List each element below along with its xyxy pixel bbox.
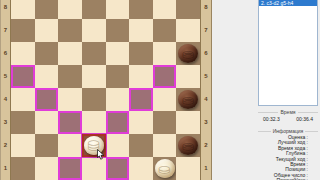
divider [258,131,271,132]
clock-section-header: Время [258,109,318,115]
rank-label-right-1: 1 [200,165,212,172]
square-c1[interactable] [58,157,82,180]
square-b7[interactable] [35,19,59,42]
checkers-app-window: ⛂⛂⛁⛂⛀ 2. c3-d2 g5-h4 Время 00:32.3 00:36… [0,0,320,180]
square-d8[interactable] [82,0,106,19]
square-f7[interactable] [129,19,153,42]
square-a8[interactable] [11,0,35,19]
square-e8[interactable] [106,0,130,19]
square-d3[interactable] [82,111,106,134]
square-h6[interactable]: ⛂ [176,42,200,65]
square-d4[interactable] [82,88,106,111]
square-h3[interactable] [176,111,200,134]
square-e2[interactable] [106,134,130,157]
divider [298,112,318,113]
rank-label-right-5: 5 [200,73,212,80]
square-h7[interactable] [176,19,200,42]
clock-header-label: Время [280,109,295,115]
square-g4[interactable] [153,88,177,111]
rank-label-left-7: 7 [0,27,11,34]
black-man-h4[interactable]: ⛂ [178,90,198,109]
square-c8[interactable] [58,0,82,19]
square-f4[interactable] [129,88,153,111]
square-g3[interactable] [153,111,177,134]
black-man-h2[interactable]: ⛂ [178,136,198,155]
square-a4[interactable] [11,88,35,111]
square-c6[interactable] [58,42,82,65]
square-d6[interactable] [82,42,106,65]
square-c4[interactable] [58,88,82,111]
square-h1[interactable] [176,157,200,180]
rank-label-left-8: 8 [0,4,11,11]
square-f6[interactable] [129,42,153,65]
rank-label-left-6: 6 [0,50,11,57]
info-label-list: Оценка :Лучший ход :Время хода :Глубина … [258,135,310,180]
rank-label-right-6: 6 [200,50,212,57]
square-f3[interactable] [129,111,153,134]
move-list[interactable]: 2. c3-d2 g5-h4 [258,0,318,106]
square-a7[interactable] [11,19,35,42]
square-e6[interactable] [106,42,130,65]
square-b4[interactable] [35,88,59,111]
square-g5[interactable] [153,65,177,88]
square-f8[interactable] [129,0,153,19]
divider [258,112,278,113]
square-f5[interactable] [129,65,153,88]
square-d5[interactable] [82,65,106,88]
square-h4[interactable]: ⛂ [176,88,200,111]
square-a1[interactable] [11,157,35,180]
rank-label-left-2: 2 [0,142,11,149]
right-clock-value: 00:36.4 [296,116,313,122]
rank-label-right-3: 3 [200,119,212,126]
rank-label-left-1: 1 [0,165,11,172]
square-b1[interactable] [35,157,59,180]
square-g8[interactable] [153,0,177,19]
square-f1[interactable] [129,157,153,180]
black-man-h6[interactable]: ⛂ [178,44,198,63]
square-b3[interactable] [35,111,59,134]
square-a2[interactable] [11,134,35,157]
rank-label-left-3: 3 [0,119,11,126]
square-h8[interactable] [176,0,200,19]
side-panel: 2. c3-d2 g5-h4 Время 00:32.3 00:36.4 Инф… [212,0,320,180]
move-list-selected-entry[interactable]: 2. c3-d2 g5-h4 [259,0,317,6]
white-man-g1[interactable]: ⛀ [155,159,175,178]
mouse-cursor-icon [97,149,105,160]
square-d1[interactable] [82,157,106,180]
rank-label-right-8: 8 [200,4,212,11]
info-label: Позиций/сек : [258,178,308,180]
clock-values: 00:32.3 00:36.4 [258,116,318,122]
square-e4[interactable] [106,88,130,111]
square-c5[interactable] [58,65,82,88]
square-g6[interactable] [153,42,177,65]
square-e7[interactable] [106,19,130,42]
checkers-board: ⛂⛂⛁⛂⛀ [11,0,200,180]
square-e1[interactable] [106,157,130,180]
divider [305,131,318,132]
square-c2[interactable] [58,134,82,157]
square-g2[interactable] [153,134,177,157]
square-e5[interactable] [106,65,130,88]
square-b5[interactable] [35,65,59,88]
rank-label-left-4: 4 [0,96,11,103]
square-e3[interactable] [106,111,130,134]
square-b2[interactable] [35,134,59,157]
square-b8[interactable] [35,0,59,19]
rank-label-right-4: 4 [200,96,212,103]
square-h5[interactable] [176,65,200,88]
left-clock-value: 00:32.3 [263,116,280,122]
square-c7[interactable] [58,19,82,42]
square-a3[interactable] [11,111,35,134]
square-g7[interactable] [153,19,177,42]
rank-label-right-2: 2 [200,142,212,149]
rank-label-left-5: 5 [0,73,11,80]
rank-label-right-7: 7 [200,27,212,34]
square-d7[interactable] [82,19,106,42]
square-a5[interactable] [11,65,35,88]
square-b6[interactable] [35,42,59,65]
square-g1[interactable]: ⛀ [153,157,177,180]
square-f2[interactable] [129,134,153,157]
square-h2[interactable]: ⛂ [176,134,200,157]
square-a6[interactable] [11,42,35,65]
square-c3[interactable] [58,111,82,134]
